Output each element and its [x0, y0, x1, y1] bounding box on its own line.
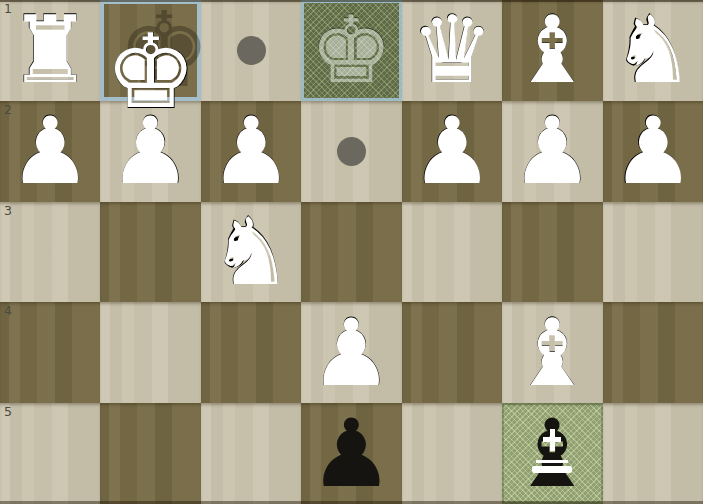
square-h5[interactable]: 5	[0, 403, 100, 504]
rank-label-4: 4	[4, 303, 12, 318]
square-e1[interactable]: ♚♔	[301, 0, 401, 101]
square-b1[interactable]: ♞♘	[603, 0, 703, 101]
rank-label-5: 5	[4, 404, 12, 419]
piece-fill: ♞	[210, 206, 293, 299]
piece-fill: ♚	[310, 4, 393, 97]
piece-fill: ♟	[511, 105, 594, 198]
piece-fill: ♞	[611, 4, 694, 97]
bishop-detail-bb-band-thick	[532, 466, 572, 473]
piece-bP[interactable]: ♟	[301, 403, 401, 504]
square-b4[interactable]	[603, 302, 703, 403]
piece-wB[interactable]: ♝♗	[502, 302, 602, 403]
rank-label-1: 1	[4, 1, 12, 16]
piece-wP[interactable]: ♟♙	[201, 101, 301, 202]
square-f4[interactable]	[201, 302, 301, 403]
square-f3[interactable]: ♞♘	[201, 202, 301, 303]
bishop-detail-bb-band-thin	[536, 460, 568, 463]
rank-label-3: 3	[4, 203, 12, 218]
piece-fill: ♟	[210, 105, 293, 198]
square-f1[interactable]	[201, 0, 301, 101]
square-g5[interactable]	[100, 403, 200, 504]
square-h2[interactable]: 2♟♙	[0, 101, 100, 202]
move-dest-dot-e2[interactable]	[337, 137, 366, 166]
piece-wK-ghost[interactable]: ♚♔	[301, 0, 401, 101]
piece-bB[interactable]: ♝	[502, 403, 602, 504]
move-dest-dot-f1[interactable]	[237, 36, 266, 65]
piece-wN[interactable]: ♞♘	[201, 202, 301, 303]
square-h1[interactable]: 1♜♖	[0, 0, 100, 101]
square-d4[interactable]	[402, 302, 502, 403]
square-c3[interactable]	[502, 202, 602, 303]
square-c4[interactable]: ♝♗	[502, 302, 602, 403]
piece-wP[interactable]: ♟♙	[0, 101, 100, 202]
piece-body: ♟	[309, 407, 393, 501]
chess-app: 1♜♖♚♔♛♕♝♗♞♘2♟♙♟♙♟♙♟♙♟♙♟♙3♞♘4♟♙♝♗5♟♝ ♚ ♚♔	[0, 0, 703, 504]
square-f5[interactable]	[201, 403, 301, 504]
dragged-king-fill: ♚	[105, 21, 197, 123]
square-d5[interactable]	[402, 403, 502, 504]
dragged-white-king[interactable]: ♚♔	[101, 20, 201, 120]
piece-wR[interactable]: ♜♖	[0, 0, 100, 101]
piece-fill: ♜	[9, 4, 92, 97]
square-e4[interactable]: ♟♙	[301, 302, 401, 403]
piece-fill: ♟	[611, 105, 694, 198]
rank-label-2: 2	[4, 102, 12, 117]
square-e2[interactable]	[301, 101, 401, 202]
piece-body: ♝	[510, 407, 594, 501]
square-g3[interactable]	[100, 202, 200, 303]
piece-wP[interactable]: ♟♙	[301, 302, 401, 403]
piece-fill: ♟	[410, 105, 493, 198]
square-c5[interactable]: ♝	[502, 403, 602, 504]
piece-wN[interactable]: ♞♘	[603, 0, 703, 101]
square-d3[interactable]	[402, 202, 502, 303]
square-c1[interactable]: ♝♗	[502, 0, 602, 101]
square-d2[interactable]: ♟♙	[402, 101, 502, 202]
square-h4[interactable]: 4	[0, 302, 100, 403]
piece-wB[interactable]: ♝♗	[502, 0, 602, 101]
square-c2[interactable]: ♟♙	[502, 101, 602, 202]
piece-fill: ♟	[310, 306, 393, 399]
square-e5[interactable]: ♟	[301, 403, 401, 504]
bishop-detail-bb-cross-h	[543, 437, 561, 442]
piece-wP[interactable]: ♟♙	[502, 101, 602, 202]
piece-wP[interactable]: ♟♙	[402, 101, 502, 202]
piece-fill: ♟	[9, 105, 92, 198]
square-b2[interactable]: ♟♙	[603, 101, 703, 202]
piece-fill: ♝	[511, 4, 594, 97]
piece-wQ[interactable]: ♛♕	[402, 0, 502, 101]
square-f2[interactable]: ♟♙	[201, 101, 301, 202]
piece-fill: ♝	[511, 306, 594, 399]
square-h3[interactable]: 3	[0, 202, 100, 303]
square-e3[interactable]	[301, 202, 401, 303]
square-g4[interactable]	[100, 302, 200, 403]
square-d1[interactable]: ♛♕	[402, 0, 502, 101]
board-top-edge	[0, 0, 703, 2]
piece-wP[interactable]: ♟♙	[603, 101, 703, 202]
square-b5[interactable]	[603, 403, 703, 504]
piece-fill: ♛	[410, 4, 493, 97]
square-b3[interactable]	[603, 202, 703, 303]
